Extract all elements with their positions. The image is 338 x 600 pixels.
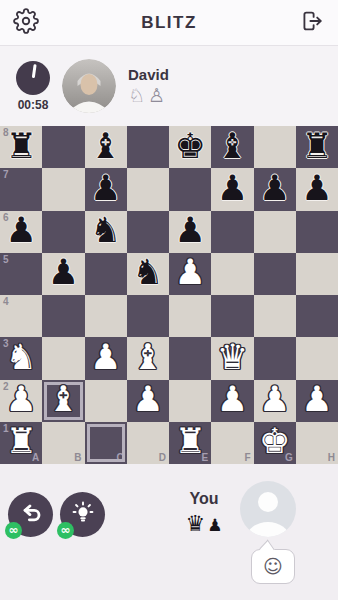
square-a1[interactable]: 1A♜ xyxy=(0,422,42,464)
square-d8[interactable] xyxy=(127,126,169,168)
piece-black-pawn[interactable]: ♟ xyxy=(174,213,205,248)
square-b1[interactable]: B xyxy=(42,422,84,464)
hint-button[interactable]: ∞ xyxy=(60,492,105,537)
square-c5[interactable] xyxy=(85,253,127,295)
square-f5[interactable] xyxy=(211,253,253,295)
square-f3[interactable]: ♛ xyxy=(211,337,253,379)
opponent-avatar[interactable] xyxy=(62,59,116,113)
clock-icon xyxy=(16,61,50,95)
captured-black-queen: ♛ xyxy=(186,511,206,536)
square-e5[interactable]: ♟ xyxy=(169,253,211,295)
file-label-f: F xyxy=(244,452,250,463)
square-f4[interactable] xyxy=(211,295,253,337)
piece-black-bishop[interactable]: ♝ xyxy=(90,129,121,164)
square-d2[interactable]: ♟ xyxy=(127,380,169,422)
chess-app: BLITZ 00:58 xyxy=(0,0,338,600)
square-a8[interactable]: 8♜ xyxy=(0,126,42,168)
piece-black-pawn[interactable]: ♟ xyxy=(259,171,290,206)
piece-white-king[interactable]: ♚ xyxy=(259,424,290,459)
square-g7[interactable]: ♟ xyxy=(254,168,296,210)
piece-white-pawn[interactable]: ♟ xyxy=(217,382,248,417)
square-g6[interactable] xyxy=(254,211,296,253)
piece-black-knight[interactable]: ♞ xyxy=(132,255,163,290)
player-captured-pieces: ♛♟ xyxy=(168,511,240,536)
lightbulb-icon xyxy=(70,500,96,529)
square-e4[interactable] xyxy=(169,295,211,337)
top-bar: BLITZ xyxy=(0,0,338,46)
square-e2[interactable] xyxy=(169,380,211,422)
gear-icon xyxy=(13,8,39,37)
opponent-clock: 00:58 xyxy=(10,61,56,112)
opponent-clock-time: 00:58 xyxy=(10,98,56,112)
piece-black-pawn[interactable]: ♟ xyxy=(48,255,79,290)
square-e8[interactable]: ♚ xyxy=(169,126,211,168)
player-avatar[interactable] xyxy=(240,481,296,537)
square-e6[interactable]: ♟ xyxy=(169,211,211,253)
piece-white-pawn[interactable]: ♟ xyxy=(174,255,205,290)
square-c2[interactable] xyxy=(85,380,127,422)
piece-white-pawn[interactable]: ♟ xyxy=(259,382,290,417)
square-e7[interactable] xyxy=(169,168,211,210)
square-c7[interactable]: ♟ xyxy=(85,168,127,210)
square-d7[interactable] xyxy=(127,168,169,210)
file-label-h: H xyxy=(328,452,335,463)
piece-black-bishop[interactable]: ♝ xyxy=(217,129,248,164)
hint-unlimited-badge: ∞ xyxy=(57,522,74,539)
bottom-panel: ∞ ∞ You ♛♟ xyxy=(0,464,338,599)
piece-white-rook[interactable]: ♜ xyxy=(174,424,205,459)
exit-icon xyxy=(299,8,325,37)
rank-label-4: 4 xyxy=(3,296,9,307)
rank-label-7: 7 xyxy=(3,169,9,180)
settings-button[interactable] xyxy=(13,8,39,37)
square-h8[interactable]: ♜ xyxy=(296,126,338,168)
square-b4[interactable] xyxy=(42,295,84,337)
square-a7[interactable]: 7 xyxy=(0,168,42,210)
opponent-name: David xyxy=(128,66,169,83)
square-a6[interactable]: 6♟ xyxy=(0,211,42,253)
square-h7[interactable]: ♟ xyxy=(296,168,338,210)
square-h5[interactable] xyxy=(296,253,338,295)
captured-black-pawn: ♟ xyxy=(207,515,222,535)
square-h3[interactable] xyxy=(296,337,338,379)
square-e1[interactable]: E♜ xyxy=(169,422,211,464)
square-a2[interactable]: 2♟ xyxy=(0,380,42,422)
undo-button[interactable]: ∞ xyxy=(8,492,53,537)
piece-black-pawn[interactable]: ♟ xyxy=(5,213,36,248)
captured-white-knight: ♘ xyxy=(128,84,145,106)
chess-board[interactable]: 8♜♝♚♝♜7♟♟♟♟6♟♞♟5♟♞♟43♞♟♝♛2♟♝♟♟♟♟1A♜BCDE♜… xyxy=(0,126,338,464)
opponent-info: David ♘♙ xyxy=(128,66,169,106)
undo-unlimited-badge: ∞ xyxy=(5,522,22,539)
file-label-b: B xyxy=(74,452,81,463)
square-b8[interactable] xyxy=(42,126,84,168)
file-label-d: D xyxy=(159,452,166,463)
square-c1[interactable]: C xyxy=(85,422,127,464)
player-name: You xyxy=(168,490,240,508)
square-g2[interactable]: ♟ xyxy=(254,380,296,422)
square-d5[interactable]: ♞ xyxy=(127,253,169,295)
square-g5[interactable] xyxy=(254,253,296,295)
piece-black-knight[interactable]: ♞ xyxy=(90,213,121,248)
square-f1[interactable]: F xyxy=(211,422,253,464)
page-title: BLITZ xyxy=(141,13,197,33)
piece-white-rook[interactable]: ♜ xyxy=(5,424,36,459)
square-c4[interactable] xyxy=(85,295,127,337)
square-c3[interactable]: ♟ xyxy=(85,337,127,379)
square-d4[interactable] xyxy=(127,295,169,337)
piece-white-pawn[interactable]: ♟ xyxy=(301,382,332,417)
square-h4[interactable] xyxy=(296,295,338,337)
square-h6[interactable] xyxy=(296,211,338,253)
square-d3[interactable]: ♝ xyxy=(127,337,169,379)
piece-white-bishop[interactable]: ♝ xyxy=(48,382,79,417)
smiley-icon: ☺ xyxy=(263,557,283,576)
square-d1[interactable]: D xyxy=(127,422,169,464)
piece-black-rook[interactable]: ♜ xyxy=(301,129,332,164)
square-f6[interactable] xyxy=(211,211,253,253)
square-d6[interactable] xyxy=(127,211,169,253)
square-g4[interactable] xyxy=(254,295,296,337)
piece-white-bishop[interactable]: ♝ xyxy=(132,340,163,375)
piece-black-rook[interactable]: ♜ xyxy=(5,129,36,164)
rank-label-5: 5 xyxy=(3,254,9,265)
square-b7[interactable] xyxy=(42,168,84,210)
piece-white-pawn[interactable]: ♟ xyxy=(132,382,163,417)
piece-black-pawn[interactable]: ♟ xyxy=(90,171,121,206)
square-h1[interactable]: H xyxy=(296,422,338,464)
opponent-captured-pieces: ♘♙ xyxy=(128,84,169,106)
piece-white-pawn[interactable]: ♟ xyxy=(90,340,121,375)
square-g8[interactable] xyxy=(254,126,296,168)
square-f8[interactable]: ♝ xyxy=(211,126,253,168)
piece-black-pawn[interactable]: ♟ xyxy=(301,171,332,206)
square-g3[interactable] xyxy=(254,337,296,379)
person-silhouette-icon xyxy=(240,523,296,537)
square-a5[interactable]: 5 xyxy=(0,253,42,295)
square-c8[interactable]: ♝ xyxy=(85,126,127,168)
piece-black-king[interactable]: ♚ xyxy=(174,129,205,164)
emoji-button[interactable]: ☺ xyxy=(251,549,295,584)
exit-button[interactable] xyxy=(299,8,325,37)
piece-white-queen[interactable]: ♛ xyxy=(217,340,248,375)
piece-white-pawn[interactable]: ♟ xyxy=(5,382,36,417)
square-b2[interactable]: ♝ xyxy=(42,380,84,422)
opponent-panel: 00:58 David ♘♙ xyxy=(0,46,338,126)
square-b3[interactable] xyxy=(42,337,84,379)
square-c6[interactable]: ♞ xyxy=(85,211,127,253)
square-b5[interactable]: ♟ xyxy=(42,253,84,295)
square-f2[interactable]: ♟ xyxy=(211,380,253,422)
captured-white-pawn: ♙ xyxy=(148,84,165,106)
square-e3[interactable] xyxy=(169,337,211,379)
square-g1[interactable]: G♚ xyxy=(254,422,296,464)
square-a3[interactable]: 3♞ xyxy=(0,337,42,379)
file-label-c: C xyxy=(117,452,124,463)
clock-needle xyxy=(32,63,36,77)
piece-white-knight[interactable]: ♞ xyxy=(5,340,36,375)
square-f7[interactable]: ♟ xyxy=(211,168,253,210)
undo-icon xyxy=(18,500,44,529)
square-b6[interactable] xyxy=(42,211,84,253)
square-h2[interactable]: ♟ xyxy=(296,380,338,422)
piece-black-pawn[interactable]: ♟ xyxy=(217,171,248,206)
player-info: You ♛♟ xyxy=(168,490,240,536)
square-a4[interactable]: 4 xyxy=(0,295,42,337)
